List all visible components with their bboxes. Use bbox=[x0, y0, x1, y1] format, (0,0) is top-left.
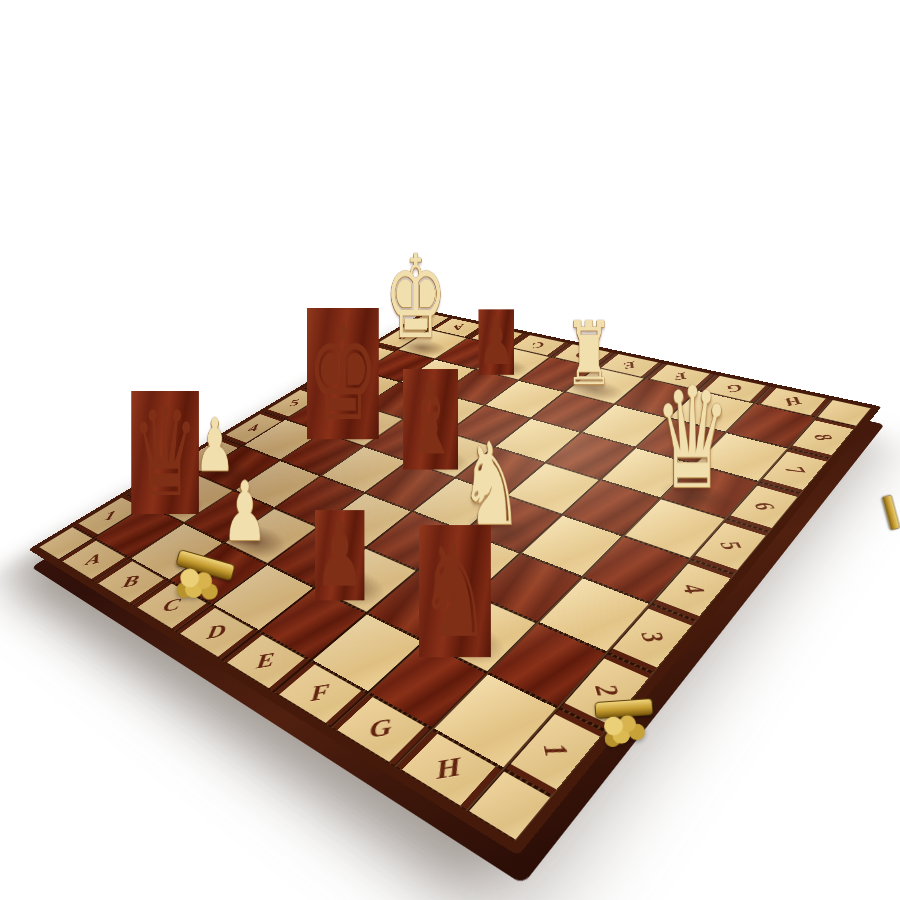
latch-plate bbox=[882, 494, 900, 530]
piece-dark-bishop[interactable]: ♝ bbox=[403, 369, 458, 469]
piece-white-pawn[interactable]: ♟ bbox=[223, 471, 268, 553]
piece-white-rook[interactable]: ♜ bbox=[565, 310, 613, 398]
file-label: H bbox=[402, 739, 497, 798]
latch-pendant bbox=[601, 714, 647, 751]
brass-latch-icon bbox=[594, 698, 655, 751]
border-corner-h8 bbox=[818, 400, 871, 426]
piece-dark-king[interactable]: ♚ bbox=[307, 307, 379, 439]
file-label: G bbox=[338, 702, 425, 756]
border-corner-h1 bbox=[469, 771, 550, 839]
piece-dark-pawn[interactable]: ♟ bbox=[315, 510, 364, 600]
piece-dark-pawn[interactable]: ♟ bbox=[479, 309, 515, 374]
chess-set-photo: ABCDEFGH8♚♟♜8776♛65♚♝54♞43♟32♛♟♟♞211ABCD… bbox=[0, 0, 900, 900]
brass-latch-icon bbox=[882, 494, 900, 530]
perspective-stage: ABCDEFGH8♚♟♜8776♛65♚♝54♞43♟32♛♟♟♞211ABCD… bbox=[103, 126, 807, 830]
piece-white-queen[interactable]: ♛ bbox=[654, 368, 731, 508]
rank-label: 1 bbox=[85, 496, 134, 536]
piece-dark-queen[interactable]: ♛ bbox=[132, 391, 199, 514]
piece-white-king[interactable]: ♚ bbox=[385, 240, 448, 355]
piece-dark-knight[interactable]: ♞ bbox=[419, 525, 491, 657]
